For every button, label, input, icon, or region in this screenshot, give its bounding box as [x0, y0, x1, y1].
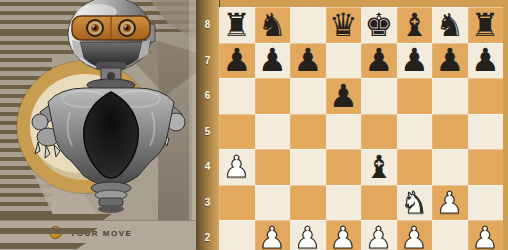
square-a5[interactable]	[219, 114, 255, 150]
square-h2[interactable]: ♟	[468, 220, 504, 250]
square-d6[interactable]: ♟	[326, 78, 362, 114]
piece-bp-b7[interactable]: ♟	[255, 43, 291, 79]
square-b8[interactable]: ♞	[255, 7, 291, 43]
piece-bk-e8[interactable]: ♚	[361, 7, 397, 43]
rank-labels: 87654321	[196, 7, 219, 250]
rank-label-3: 3	[196, 185, 219, 221]
square-e6[interactable]	[361, 78, 397, 114]
square-h4[interactable]	[468, 149, 504, 185]
piece-bp-e7[interactable]: ♟	[361, 43, 397, 79]
square-d7[interactable]	[326, 43, 362, 79]
piece-br-a8[interactable]: ♜	[219, 7, 255, 43]
square-f5[interactable]	[397, 114, 433, 150]
square-f8[interactable]: ♝	[397, 7, 433, 43]
square-a8[interactable]: ♜	[219, 7, 255, 43]
piece-wp-b2[interactable]: ♟	[255, 220, 291, 250]
square-f7[interactable]: ♟	[397, 43, 433, 79]
chess-board[interactable]: ♜♞♛♚♝♞♜♟♟♟♟♟♟♟♟♟♝♞♟♟♟♟♟♟♟	[219, 7, 503, 250]
piece-bb-e4[interactable]: ♝	[361, 149, 397, 185]
rank-label-4: 4	[196, 149, 219, 185]
square-a4[interactable]: ♟	[219, 149, 255, 185]
square-f3[interactable]: ♞	[397, 185, 433, 221]
piece-bp-a7[interactable]: ♟	[219, 43, 255, 79]
rank-label-7: 7	[196, 43, 219, 79]
square-a7[interactable]: ♟	[219, 43, 255, 79]
board-panel: 87654321 ♜♞♛♚♝♞♜♟♟♟♟♟♟♟♟♟♝♞♟♟♟♟♟♟♟	[196, 0, 508, 250]
piece-bp-h7[interactable]: ♟	[468, 43, 504, 79]
square-g2[interactable]	[432, 220, 468, 250]
square-b5[interactable]	[255, 114, 291, 150]
robot-head	[68, 0, 155, 71]
square-f2[interactable]: ♟	[397, 220, 433, 250]
robot-eye-left	[87, 20, 103, 36]
square-d4[interactable]	[326, 149, 362, 185]
robot-waist	[91, 182, 131, 213]
robot-torso	[48, 88, 174, 186]
square-g6[interactable]	[432, 78, 468, 114]
piece-wp-f2[interactable]: ♟	[397, 220, 433, 250]
square-b4[interactable]	[255, 149, 291, 185]
piece-bn-b8[interactable]: ♞	[255, 7, 291, 43]
square-e4[interactable]: ♝	[361, 149, 397, 185]
square-e7[interactable]: ♟	[361, 43, 397, 79]
square-h3[interactable]	[468, 185, 504, 221]
piece-wp-e2[interactable]: ♟	[361, 220, 397, 250]
bottom-stripe	[0, 214, 112, 220]
piece-br-h8[interactable]: ♜	[468, 7, 504, 43]
square-a6[interactable]	[219, 78, 255, 114]
rank-label-2: 2	[196, 220, 219, 250]
square-h6[interactable]	[468, 78, 504, 114]
rank-label-6: 6	[196, 78, 219, 114]
square-b6[interactable]	[255, 78, 291, 114]
robot-panel: YOUR MOVE	[0, 0, 196, 250]
rank-label-5: 5	[196, 114, 219, 150]
piece-bq-d8[interactable]: ♛	[326, 7, 362, 43]
square-g8[interactable]: ♞	[432, 7, 468, 43]
square-a3[interactable]	[219, 185, 255, 221]
square-g4[interactable]	[432, 149, 468, 185]
square-e5[interactable]	[361, 114, 397, 150]
rank-label-8: 8	[196, 7, 219, 43]
piece-wp-g3[interactable]: ♟	[432, 185, 468, 221]
square-f6[interactable]	[397, 78, 433, 114]
square-c5[interactable]	[290, 114, 326, 150]
square-d2[interactable]: ♟	[326, 220, 362, 250]
square-e2[interactable]: ♟	[361, 220, 397, 250]
square-h8[interactable]: ♜	[468, 7, 504, 43]
bottom-stripe	[0, 228, 98, 234]
square-h7[interactable]: ♟	[468, 43, 504, 79]
robot-eye-right	[119, 20, 135, 36]
square-c7[interactable]: ♟	[290, 43, 326, 79]
square-g7[interactable]: ♟	[432, 43, 468, 79]
piece-wp-c2[interactable]: ♟	[290, 220, 326, 250]
piece-bb-f8[interactable]: ♝	[397, 7, 433, 43]
square-d5[interactable]	[326, 114, 362, 150]
square-d8[interactable]: ♛	[326, 7, 362, 43]
chess-app: YOUR MOVE 87654321 ♜♞♛♚♝♞♜♟♟♟♟♟♟♟♟♟♝♞♟♟♟…	[0, 0, 508, 250]
square-h5[interactable]	[468, 114, 504, 150]
square-b3[interactable]	[255, 185, 291, 221]
square-e3[interactable]	[361, 185, 397, 221]
bottom-stripe	[0, 243, 86, 249]
square-c3[interactable]	[290, 185, 326, 221]
square-c8[interactable]	[290, 7, 326, 43]
piece-bn-g8[interactable]: ♞	[432, 7, 468, 43]
square-d3[interactable]	[326, 185, 362, 221]
square-c6[interactable]	[290, 78, 326, 114]
robot-opponent-illustration	[0, 0, 196, 250]
piece-bp-c7[interactable]: ♟	[290, 43, 326, 79]
square-b2[interactable]: ♟	[255, 220, 291, 250]
piece-bp-g7[interactable]: ♟	[432, 43, 468, 79]
piece-wp-h2[interactable]: ♟	[468, 220, 504, 250]
square-e8[interactable]: ♚	[361, 7, 397, 43]
square-b7[interactable]: ♟	[255, 43, 291, 79]
rank-label-strip: 87654321	[196, 0, 220, 250]
square-c2[interactable]: ♟	[290, 220, 326, 250]
square-c4[interactable]	[290, 149, 326, 185]
square-g3[interactable]: ♟	[432, 185, 468, 221]
square-g5[interactable]	[432, 114, 468, 150]
piece-bp-f7[interactable]: ♟	[397, 43, 433, 79]
piece-wn-f3[interactable]: ♞	[397, 185, 433, 221]
square-a2[interactable]	[219, 220, 255, 250]
piece-wp-d2[interactable]: ♟	[326, 220, 362, 250]
piece-wp-a4[interactable]: ♟	[219, 149, 255, 185]
square-f4[interactable]	[397, 149, 433, 185]
piece-bp-d6[interactable]: ♟	[326, 78, 362, 114]
